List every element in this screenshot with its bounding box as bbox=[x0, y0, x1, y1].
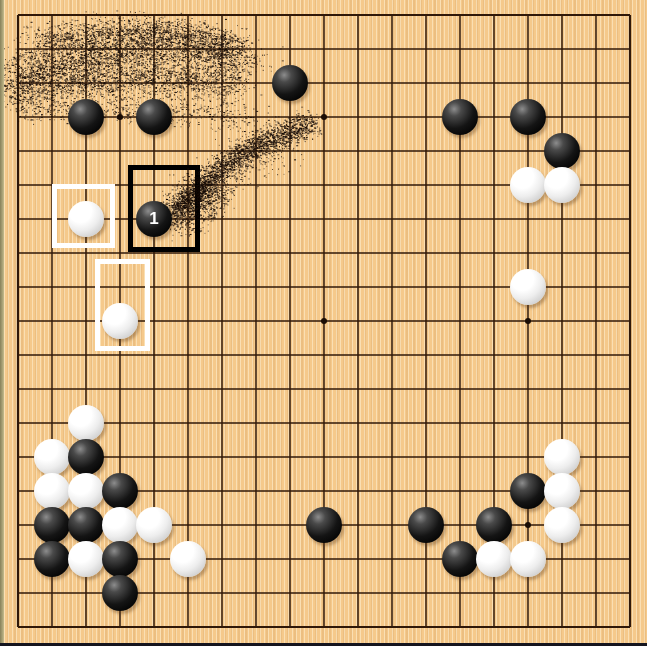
point-E17[interactable] bbox=[137, 66, 171, 100]
point-M9[interactable] bbox=[375, 338, 409, 372]
point-L14[interactable] bbox=[341, 168, 375, 202]
point-K1[interactable] bbox=[307, 610, 341, 644]
point-R18[interactable] bbox=[545, 32, 579, 66]
point-J16[interactable] bbox=[273, 100, 307, 134]
point-H6[interactable] bbox=[239, 440, 273, 474]
point-B15[interactable] bbox=[35, 134, 69, 168]
point-P15[interactable] bbox=[477, 134, 511, 168]
point-P7[interactable] bbox=[477, 406, 511, 440]
point-C13[interactable] bbox=[69, 202, 103, 236]
point-E12[interactable] bbox=[137, 236, 171, 270]
point-E15[interactable] bbox=[137, 134, 171, 168]
point-C7[interactable] bbox=[69, 406, 103, 440]
point-P3[interactable] bbox=[477, 542, 511, 576]
point-D14[interactable] bbox=[103, 168, 137, 202]
go-board[interactable]: 1 bbox=[1, 0, 647, 644]
point-O8[interactable] bbox=[443, 372, 477, 406]
point-A5[interactable] bbox=[1, 474, 35, 508]
point-M2[interactable] bbox=[375, 576, 409, 610]
point-C6[interactable] bbox=[69, 440, 103, 474]
point-N1[interactable] bbox=[409, 610, 443, 644]
point-D2[interactable] bbox=[103, 576, 137, 610]
point-F11[interactable] bbox=[171, 270, 205, 304]
point-C12[interactable] bbox=[69, 236, 103, 270]
point-G11[interactable] bbox=[205, 270, 239, 304]
point-S15[interactable] bbox=[579, 134, 613, 168]
point-C16[interactable] bbox=[69, 100, 103, 134]
point-E7[interactable] bbox=[137, 406, 171, 440]
point-Q10[interactable] bbox=[511, 304, 545, 338]
point-S16[interactable] bbox=[579, 100, 613, 134]
point-B2[interactable] bbox=[35, 576, 69, 610]
point-F2[interactable] bbox=[171, 576, 205, 610]
point-L7[interactable] bbox=[341, 406, 375, 440]
point-J10[interactable] bbox=[273, 304, 307, 338]
point-J12[interactable] bbox=[273, 236, 307, 270]
point-B13[interactable] bbox=[35, 202, 69, 236]
point-Q17[interactable] bbox=[511, 66, 545, 100]
point-Q2[interactable] bbox=[511, 576, 545, 610]
point-R4[interactable] bbox=[545, 508, 579, 542]
point-M6[interactable] bbox=[375, 440, 409, 474]
point-S2[interactable] bbox=[579, 576, 613, 610]
point-N7[interactable] bbox=[409, 406, 443, 440]
point-Q19[interactable] bbox=[511, 0, 545, 32]
point-F1[interactable] bbox=[171, 610, 205, 644]
point-T2[interactable] bbox=[613, 576, 647, 610]
point-Q16[interactable] bbox=[511, 100, 545, 134]
point-F3[interactable] bbox=[171, 542, 205, 576]
point-E3[interactable] bbox=[137, 542, 171, 576]
point-K16[interactable] bbox=[307, 100, 341, 134]
point-L15[interactable] bbox=[341, 134, 375, 168]
point-O16[interactable] bbox=[443, 100, 477, 134]
point-B17[interactable] bbox=[35, 66, 69, 100]
point-B7[interactable] bbox=[35, 406, 69, 440]
point-N15[interactable] bbox=[409, 134, 443, 168]
point-N10[interactable] bbox=[409, 304, 443, 338]
point-T11[interactable] bbox=[613, 270, 647, 304]
point-L8[interactable] bbox=[341, 372, 375, 406]
point-E1[interactable] bbox=[137, 610, 171, 644]
point-T1[interactable] bbox=[613, 610, 647, 644]
point-H5[interactable] bbox=[239, 474, 273, 508]
point-J2[interactable] bbox=[273, 576, 307, 610]
point-T16[interactable] bbox=[613, 100, 647, 134]
point-L10[interactable] bbox=[341, 304, 375, 338]
point-A8[interactable] bbox=[1, 372, 35, 406]
point-S3[interactable] bbox=[579, 542, 613, 576]
point-L19[interactable] bbox=[341, 0, 375, 32]
point-C18[interactable] bbox=[69, 32, 103, 66]
point-G5[interactable] bbox=[205, 474, 239, 508]
point-H13[interactable] bbox=[239, 202, 273, 236]
point-R14[interactable] bbox=[545, 168, 579, 202]
point-R13[interactable] bbox=[545, 202, 579, 236]
point-L13[interactable] bbox=[341, 202, 375, 236]
point-R11[interactable] bbox=[545, 270, 579, 304]
point-P4[interactable] bbox=[477, 508, 511, 542]
point-S14[interactable] bbox=[579, 168, 613, 202]
point-S10[interactable] bbox=[579, 304, 613, 338]
point-G16[interactable] bbox=[205, 100, 239, 134]
point-T18[interactable] bbox=[613, 32, 647, 66]
point-T6[interactable] bbox=[613, 440, 647, 474]
point-N3[interactable] bbox=[409, 542, 443, 576]
point-H4[interactable] bbox=[239, 508, 273, 542]
point-S1[interactable] bbox=[579, 610, 613, 644]
point-H14[interactable] bbox=[239, 168, 273, 202]
point-P16[interactable] bbox=[477, 100, 511, 134]
point-G9[interactable] bbox=[205, 338, 239, 372]
point-K4[interactable] bbox=[307, 508, 341, 542]
point-P13[interactable] bbox=[477, 202, 511, 236]
point-Q5[interactable] bbox=[511, 474, 545, 508]
point-F4[interactable] bbox=[171, 508, 205, 542]
point-D10[interactable] bbox=[103, 304, 137, 338]
point-B11[interactable] bbox=[35, 270, 69, 304]
point-Q3[interactable] bbox=[511, 542, 545, 576]
point-H12[interactable] bbox=[239, 236, 273, 270]
point-B19[interactable] bbox=[35, 0, 69, 32]
point-K14[interactable] bbox=[307, 168, 341, 202]
point-L12[interactable] bbox=[341, 236, 375, 270]
point-B12[interactable] bbox=[35, 236, 69, 270]
point-F8[interactable] bbox=[171, 372, 205, 406]
point-C14[interactable] bbox=[69, 168, 103, 202]
point-J17[interactable] bbox=[273, 66, 307, 100]
point-T17[interactable] bbox=[613, 66, 647, 100]
point-S6[interactable] bbox=[579, 440, 613, 474]
point-H1[interactable] bbox=[239, 610, 273, 644]
point-N14[interactable] bbox=[409, 168, 443, 202]
point-J11[interactable] bbox=[273, 270, 307, 304]
point-S12[interactable] bbox=[579, 236, 613, 270]
point-M18[interactable] bbox=[375, 32, 409, 66]
point-F13[interactable] bbox=[171, 202, 205, 236]
point-G14[interactable] bbox=[205, 168, 239, 202]
point-B1[interactable] bbox=[35, 610, 69, 644]
point-D13[interactable] bbox=[103, 202, 137, 236]
point-L6[interactable] bbox=[341, 440, 375, 474]
point-H16[interactable] bbox=[239, 100, 273, 134]
point-O6[interactable] bbox=[443, 440, 477, 474]
point-O10[interactable] bbox=[443, 304, 477, 338]
point-D15[interactable] bbox=[103, 134, 137, 168]
point-K19[interactable] bbox=[307, 0, 341, 32]
point-M10[interactable] bbox=[375, 304, 409, 338]
point-N9[interactable] bbox=[409, 338, 443, 372]
point-D16[interactable] bbox=[103, 100, 137, 134]
point-Q15[interactable] bbox=[511, 134, 545, 168]
point-R7[interactable] bbox=[545, 406, 579, 440]
point-M19[interactable] bbox=[375, 0, 409, 32]
point-Q9[interactable] bbox=[511, 338, 545, 372]
point-J5[interactable] bbox=[273, 474, 307, 508]
point-T13[interactable] bbox=[613, 202, 647, 236]
point-E10[interactable] bbox=[137, 304, 171, 338]
point-R5[interactable] bbox=[545, 474, 579, 508]
point-G8[interactable] bbox=[205, 372, 239, 406]
point-N8[interactable] bbox=[409, 372, 443, 406]
point-L9[interactable] bbox=[341, 338, 375, 372]
point-A13[interactable] bbox=[1, 202, 35, 236]
point-T12[interactable] bbox=[613, 236, 647, 270]
point-N5[interactable] bbox=[409, 474, 443, 508]
point-O13[interactable] bbox=[443, 202, 477, 236]
point-S4[interactable] bbox=[579, 508, 613, 542]
point-O9[interactable] bbox=[443, 338, 477, 372]
point-B14[interactable] bbox=[35, 168, 69, 202]
point-A15[interactable] bbox=[1, 134, 35, 168]
point-G18[interactable] bbox=[205, 32, 239, 66]
point-G15[interactable] bbox=[205, 134, 239, 168]
point-C3[interactable] bbox=[69, 542, 103, 576]
point-G17[interactable] bbox=[205, 66, 239, 100]
point-H19[interactable] bbox=[239, 0, 273, 32]
point-K11[interactable] bbox=[307, 270, 341, 304]
point-J4[interactable] bbox=[273, 508, 307, 542]
point-S17[interactable] bbox=[579, 66, 613, 100]
point-B9[interactable] bbox=[35, 338, 69, 372]
point-A12[interactable] bbox=[1, 236, 35, 270]
point-G4[interactable] bbox=[205, 508, 239, 542]
point-D1[interactable] bbox=[103, 610, 137, 644]
point-C9[interactable] bbox=[69, 338, 103, 372]
point-M12[interactable] bbox=[375, 236, 409, 270]
point-Q18[interactable] bbox=[511, 32, 545, 66]
point-G7[interactable] bbox=[205, 406, 239, 440]
point-L18[interactable] bbox=[341, 32, 375, 66]
point-E4[interactable] bbox=[137, 508, 171, 542]
point-K10[interactable] bbox=[307, 304, 341, 338]
point-G12[interactable] bbox=[205, 236, 239, 270]
point-H3[interactable] bbox=[239, 542, 273, 576]
point-Q12[interactable] bbox=[511, 236, 545, 270]
point-M16[interactable] bbox=[375, 100, 409, 134]
point-Q11[interactable] bbox=[511, 270, 545, 304]
point-B4[interactable] bbox=[35, 508, 69, 542]
point-B18[interactable] bbox=[35, 32, 69, 66]
point-E2[interactable] bbox=[137, 576, 171, 610]
point-K9[interactable] bbox=[307, 338, 341, 372]
point-R12[interactable] bbox=[545, 236, 579, 270]
point-P10[interactable] bbox=[477, 304, 511, 338]
point-S18[interactable] bbox=[579, 32, 613, 66]
point-F10[interactable] bbox=[171, 304, 205, 338]
point-C2[interactable] bbox=[69, 576, 103, 610]
point-E9[interactable] bbox=[137, 338, 171, 372]
point-F19[interactable] bbox=[171, 0, 205, 32]
point-P17[interactable] bbox=[477, 66, 511, 100]
point-B6[interactable] bbox=[35, 440, 69, 474]
point-J18[interactable] bbox=[273, 32, 307, 66]
point-G10[interactable] bbox=[205, 304, 239, 338]
point-B16[interactable] bbox=[35, 100, 69, 134]
point-C4[interactable] bbox=[69, 508, 103, 542]
point-O3[interactable] bbox=[443, 542, 477, 576]
point-F15[interactable] bbox=[171, 134, 205, 168]
point-R6[interactable] bbox=[545, 440, 579, 474]
point-N12[interactable] bbox=[409, 236, 443, 270]
point-G2[interactable] bbox=[205, 576, 239, 610]
point-K3[interactable] bbox=[307, 542, 341, 576]
point-F7[interactable] bbox=[171, 406, 205, 440]
point-T3[interactable] bbox=[613, 542, 647, 576]
point-K18[interactable] bbox=[307, 32, 341, 66]
point-K2[interactable] bbox=[307, 576, 341, 610]
point-P2[interactable] bbox=[477, 576, 511, 610]
point-F12[interactable] bbox=[171, 236, 205, 270]
point-N13[interactable] bbox=[409, 202, 443, 236]
point-T9[interactable] bbox=[613, 338, 647, 372]
point-J7[interactable] bbox=[273, 406, 307, 440]
point-S5[interactable] bbox=[579, 474, 613, 508]
point-L2[interactable] bbox=[341, 576, 375, 610]
point-T10[interactable] bbox=[613, 304, 647, 338]
point-A3[interactable] bbox=[1, 542, 35, 576]
point-K8[interactable] bbox=[307, 372, 341, 406]
point-R3[interactable] bbox=[545, 542, 579, 576]
point-J3[interactable] bbox=[273, 542, 307, 576]
point-E14[interactable] bbox=[137, 168, 171, 202]
point-O12[interactable] bbox=[443, 236, 477, 270]
point-T8[interactable] bbox=[613, 372, 647, 406]
point-D12[interactable] bbox=[103, 236, 137, 270]
point-O5[interactable] bbox=[443, 474, 477, 508]
point-F16[interactable] bbox=[171, 100, 205, 134]
point-J13[interactable] bbox=[273, 202, 307, 236]
point-K13[interactable] bbox=[307, 202, 341, 236]
point-E6[interactable] bbox=[137, 440, 171, 474]
point-D8[interactable] bbox=[103, 372, 137, 406]
point-G6[interactable] bbox=[205, 440, 239, 474]
point-P11[interactable] bbox=[477, 270, 511, 304]
point-S7[interactable] bbox=[579, 406, 613, 440]
point-A4[interactable] bbox=[1, 508, 35, 542]
point-S8[interactable] bbox=[579, 372, 613, 406]
point-E11[interactable] bbox=[137, 270, 171, 304]
point-D4[interactable] bbox=[103, 508, 137, 542]
point-T7[interactable] bbox=[613, 406, 647, 440]
point-C17[interactable] bbox=[69, 66, 103, 100]
point-P14[interactable] bbox=[477, 168, 511, 202]
point-P19[interactable] bbox=[477, 0, 511, 32]
point-O15[interactable] bbox=[443, 134, 477, 168]
point-T15[interactable] bbox=[613, 134, 647, 168]
point-M3[interactable] bbox=[375, 542, 409, 576]
point-L3[interactable] bbox=[341, 542, 375, 576]
point-O19[interactable] bbox=[443, 0, 477, 32]
point-N17[interactable] bbox=[409, 66, 443, 100]
point-R15[interactable] bbox=[545, 134, 579, 168]
point-K17[interactable] bbox=[307, 66, 341, 100]
point-E5[interactable] bbox=[137, 474, 171, 508]
point-C19[interactable] bbox=[69, 0, 103, 32]
point-T14[interactable] bbox=[613, 168, 647, 202]
point-P12[interactable] bbox=[477, 236, 511, 270]
point-J15[interactable] bbox=[273, 134, 307, 168]
point-L4[interactable] bbox=[341, 508, 375, 542]
point-R10[interactable] bbox=[545, 304, 579, 338]
point-J1[interactable] bbox=[273, 610, 307, 644]
point-S13[interactable] bbox=[579, 202, 613, 236]
point-J8[interactable] bbox=[273, 372, 307, 406]
point-O17[interactable] bbox=[443, 66, 477, 100]
point-M15[interactable] bbox=[375, 134, 409, 168]
point-L5[interactable] bbox=[341, 474, 375, 508]
point-C8[interactable] bbox=[69, 372, 103, 406]
point-D17[interactable] bbox=[103, 66, 137, 100]
point-F6[interactable] bbox=[171, 440, 205, 474]
point-E13[interactable]: 1 bbox=[137, 202, 171, 236]
point-L16[interactable] bbox=[341, 100, 375, 134]
point-F14[interactable] bbox=[171, 168, 205, 202]
point-F17[interactable] bbox=[171, 66, 205, 100]
point-Q13[interactable] bbox=[511, 202, 545, 236]
point-F5[interactable] bbox=[171, 474, 205, 508]
point-R16[interactable] bbox=[545, 100, 579, 134]
point-P1[interactable] bbox=[477, 610, 511, 644]
point-T5[interactable] bbox=[613, 474, 647, 508]
point-B10[interactable] bbox=[35, 304, 69, 338]
point-E19[interactable] bbox=[137, 0, 171, 32]
point-H18[interactable] bbox=[239, 32, 273, 66]
point-P18[interactable] bbox=[477, 32, 511, 66]
point-A1[interactable] bbox=[1, 610, 35, 644]
point-O4[interactable] bbox=[443, 508, 477, 542]
point-Q8[interactable] bbox=[511, 372, 545, 406]
point-N2[interactable] bbox=[409, 576, 443, 610]
point-Q6[interactable] bbox=[511, 440, 545, 474]
point-H15[interactable] bbox=[239, 134, 273, 168]
point-Q14[interactable] bbox=[511, 168, 545, 202]
point-M11[interactable] bbox=[375, 270, 409, 304]
point-J6[interactable] bbox=[273, 440, 307, 474]
point-D19[interactable] bbox=[103, 0, 137, 32]
point-F9[interactable] bbox=[171, 338, 205, 372]
point-C15[interactable] bbox=[69, 134, 103, 168]
point-A17[interactable] bbox=[1, 66, 35, 100]
point-T19[interactable] bbox=[613, 0, 647, 32]
point-P9[interactable] bbox=[477, 338, 511, 372]
point-H7[interactable] bbox=[239, 406, 273, 440]
point-K7[interactable] bbox=[307, 406, 341, 440]
point-M14[interactable] bbox=[375, 168, 409, 202]
point-N4[interactable] bbox=[409, 508, 443, 542]
point-M8[interactable] bbox=[375, 372, 409, 406]
point-M17[interactable] bbox=[375, 66, 409, 100]
point-L1[interactable] bbox=[341, 610, 375, 644]
point-M13[interactable] bbox=[375, 202, 409, 236]
point-K12[interactable] bbox=[307, 236, 341, 270]
point-O14[interactable] bbox=[443, 168, 477, 202]
point-D7[interactable] bbox=[103, 406, 137, 440]
point-R17[interactable] bbox=[545, 66, 579, 100]
point-H17[interactable] bbox=[239, 66, 273, 100]
point-R8[interactable] bbox=[545, 372, 579, 406]
point-D9[interactable] bbox=[103, 338, 137, 372]
point-J19[interactable] bbox=[273, 0, 307, 32]
point-O18[interactable] bbox=[443, 32, 477, 66]
point-N16[interactable] bbox=[409, 100, 443, 134]
point-M5[interactable] bbox=[375, 474, 409, 508]
point-E8[interactable] bbox=[137, 372, 171, 406]
point-D11[interactable] bbox=[103, 270, 137, 304]
point-B5[interactable] bbox=[35, 474, 69, 508]
point-S19[interactable] bbox=[579, 0, 613, 32]
point-J14[interactable] bbox=[273, 168, 307, 202]
